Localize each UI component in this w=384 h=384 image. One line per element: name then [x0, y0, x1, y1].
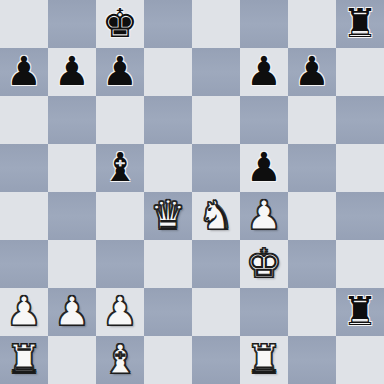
piece-black-pawn[interactable]: ♟ — [246, 48, 282, 96]
square-d8[interactable] — [144, 0, 192, 48]
square-a4[interactable] — [0, 192, 48, 240]
square-f7[interactable]: ♟ — [240, 48, 288, 96]
piece-white-rook[interactable]: ♜ — [246, 336, 282, 384]
chess-board: ♚♜♟♟♟♟♟♝♟♛♞♟♚♟♟♟♜♜♝♜ — [0, 0, 384, 384]
square-g6[interactable] — [288, 96, 336, 144]
square-a3[interactable] — [0, 240, 48, 288]
square-c7[interactable]: ♟ — [96, 48, 144, 96]
square-b1[interactable] — [48, 336, 96, 384]
square-c6[interactable] — [96, 96, 144, 144]
square-d2[interactable] — [144, 288, 192, 336]
piece-black-bishop[interactable]: ♝ — [102, 144, 138, 192]
piece-white-pawn[interactable]: ♟ — [6, 288, 42, 336]
square-a8[interactable] — [0, 0, 48, 48]
square-h4[interactable] — [336, 192, 384, 240]
square-b3[interactable] — [48, 240, 96, 288]
square-a6[interactable] — [0, 96, 48, 144]
piece-white-pawn[interactable]: ♟ — [102, 288, 138, 336]
square-h8[interactable]: ♜ — [336, 0, 384, 48]
piece-black-pawn[interactable]: ♟ — [246, 144, 282, 192]
square-c2[interactable]: ♟ — [96, 288, 144, 336]
square-f8[interactable] — [240, 0, 288, 48]
square-f2[interactable] — [240, 288, 288, 336]
square-g8[interactable] — [288, 0, 336, 48]
square-a5[interactable] — [0, 144, 48, 192]
piece-black-king[interactable]: ♚ — [102, 0, 138, 48]
piece-white-bishop[interactable]: ♝ — [102, 336, 138, 384]
square-e8[interactable] — [192, 0, 240, 48]
square-d6[interactable] — [144, 96, 192, 144]
square-c1[interactable]: ♝ — [96, 336, 144, 384]
square-h7[interactable] — [336, 48, 384, 96]
square-a1[interactable]: ♜ — [0, 336, 48, 384]
square-a7[interactable]: ♟ — [0, 48, 48, 96]
square-g3[interactable] — [288, 240, 336, 288]
square-h2[interactable]: ♜ — [336, 288, 384, 336]
square-h3[interactable] — [336, 240, 384, 288]
square-g4[interactable] — [288, 192, 336, 240]
square-e3[interactable] — [192, 240, 240, 288]
square-g7[interactable]: ♟ — [288, 48, 336, 96]
square-b6[interactable] — [48, 96, 96, 144]
square-e5[interactable] — [192, 144, 240, 192]
square-c3[interactable] — [96, 240, 144, 288]
square-d5[interactable] — [144, 144, 192, 192]
square-b8[interactable] — [48, 0, 96, 48]
square-d4[interactable]: ♛ — [144, 192, 192, 240]
piece-black-rook[interactable]: ♜ — [342, 0, 378, 48]
square-g5[interactable] — [288, 144, 336, 192]
piece-black-pawn[interactable]: ♟ — [54, 48, 90, 96]
square-f6[interactable] — [240, 96, 288, 144]
square-f1[interactable]: ♜ — [240, 336, 288, 384]
square-e4[interactable]: ♞ — [192, 192, 240, 240]
square-b5[interactable] — [48, 144, 96, 192]
piece-white-rook[interactable]: ♜ — [6, 336, 42, 384]
square-b4[interactable] — [48, 192, 96, 240]
square-c8[interactable]: ♚ — [96, 0, 144, 48]
piece-white-queen[interactable]: ♛ — [150, 192, 186, 240]
square-h1[interactable] — [336, 336, 384, 384]
piece-white-pawn[interactable]: ♟ — [54, 288, 90, 336]
square-a2[interactable]: ♟ — [0, 288, 48, 336]
square-d1[interactable] — [144, 336, 192, 384]
square-g1[interactable] — [288, 336, 336, 384]
square-e6[interactable] — [192, 96, 240, 144]
piece-black-pawn[interactable]: ♟ — [102, 48, 138, 96]
square-e7[interactable] — [192, 48, 240, 96]
square-e1[interactable] — [192, 336, 240, 384]
piece-white-king[interactable]: ♚ — [246, 240, 282, 288]
square-d3[interactable] — [144, 240, 192, 288]
square-h6[interactable] — [336, 96, 384, 144]
square-b7[interactable]: ♟ — [48, 48, 96, 96]
chess-board-container: ♚♜♟♟♟♟♟♝♟♛♞♟♚♟♟♟♜♜♝♜ — [0, 0, 384, 384]
square-b2[interactable]: ♟ — [48, 288, 96, 336]
square-c4[interactable] — [96, 192, 144, 240]
square-h5[interactable] — [336, 144, 384, 192]
piece-black-pawn[interactable]: ♟ — [294, 48, 330, 96]
square-c5[interactable]: ♝ — [96, 144, 144, 192]
piece-white-pawn[interactable]: ♟ — [246, 192, 282, 240]
piece-white-knight[interactable]: ♞ — [198, 192, 234, 240]
square-e2[interactable] — [192, 288, 240, 336]
piece-black-rook[interactable]: ♜ — [342, 288, 378, 336]
piece-black-pawn[interactable]: ♟ — [6, 48, 42, 96]
square-f5[interactable]: ♟ — [240, 144, 288, 192]
square-d7[interactable] — [144, 48, 192, 96]
square-g2[interactable] — [288, 288, 336, 336]
square-f4[interactable]: ♟ — [240, 192, 288, 240]
square-f3[interactable]: ♚ — [240, 240, 288, 288]
